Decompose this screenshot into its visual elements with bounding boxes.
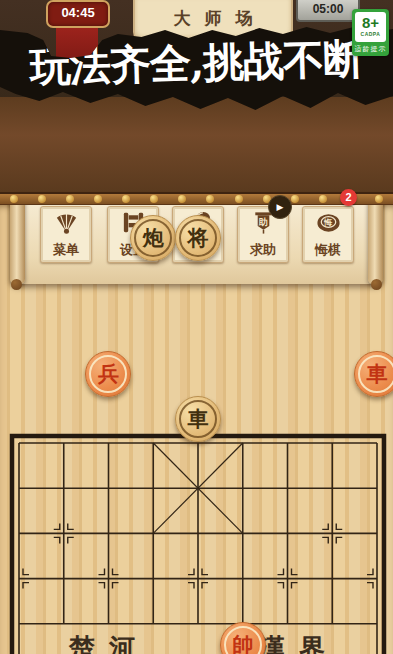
stud: [291, 195, 299, 203]
opponent-timer: 05:00: [296, 0, 360, 22]
piece-red-chariot[interactable]: 車: [354, 351, 393, 397]
piece-layer: 炮将兵車車帥: [0, 215, 393, 654]
age-rating-badge: 8+ CADPA 适龄提示: [352, 9, 389, 56]
piece-black-chariot[interactable]: 車: [175, 396, 221, 442]
stud: [10, 195, 18, 203]
piece-character: 車: [176, 397, 220, 441]
stud: [122, 195, 130, 203]
piece-red-soldier[interactable]: 兵: [85, 351, 131, 397]
studded-rail: [0, 192, 393, 205]
piece-black-general[interactable]: 将: [175, 215, 221, 261]
piece-character: 兵: [86, 352, 130, 396]
stud: [66, 195, 74, 203]
age-rating-value: 8+: [355, 12, 386, 31]
play-badge[interactable]: ▶: [268, 195, 292, 219]
age-rating-org: CADPA: [355, 31, 386, 37]
age-rating-inner: 8+ CADPA: [355, 12, 386, 42]
stud: [235, 195, 243, 203]
stud: [150, 195, 158, 203]
piece-character: 帥: [221, 623, 265, 654]
piece-red-general[interactable]: 帥: [220, 622, 266, 654]
piece-character: 車: [355, 352, 393, 396]
piece-character: 将: [176, 216, 220, 260]
stud: [38, 195, 46, 203]
app-root: 04:45 大师场 05:00 玩法齐全,挑战不断 8+ CADPA 适龄提示: [0, 0, 393, 654]
stud: [375, 195, 383, 203]
undo-count-badge: 2: [340, 189, 357, 206]
toolbar: 菜单 设置 新局: [0, 97, 393, 192]
piece-black-cannon[interactable]: 炮: [130, 215, 176, 261]
player-timer: 04:45: [46, 0, 110, 28]
stud: [206, 195, 214, 203]
piece-character: 炮: [131, 216, 175, 260]
stud: [94, 195, 102, 203]
stud: [319, 195, 327, 203]
arena-label: 大师场: [135, 7, 291, 30]
age-rating-label: 适龄提示: [352, 42, 389, 55]
stud: [178, 195, 186, 203]
